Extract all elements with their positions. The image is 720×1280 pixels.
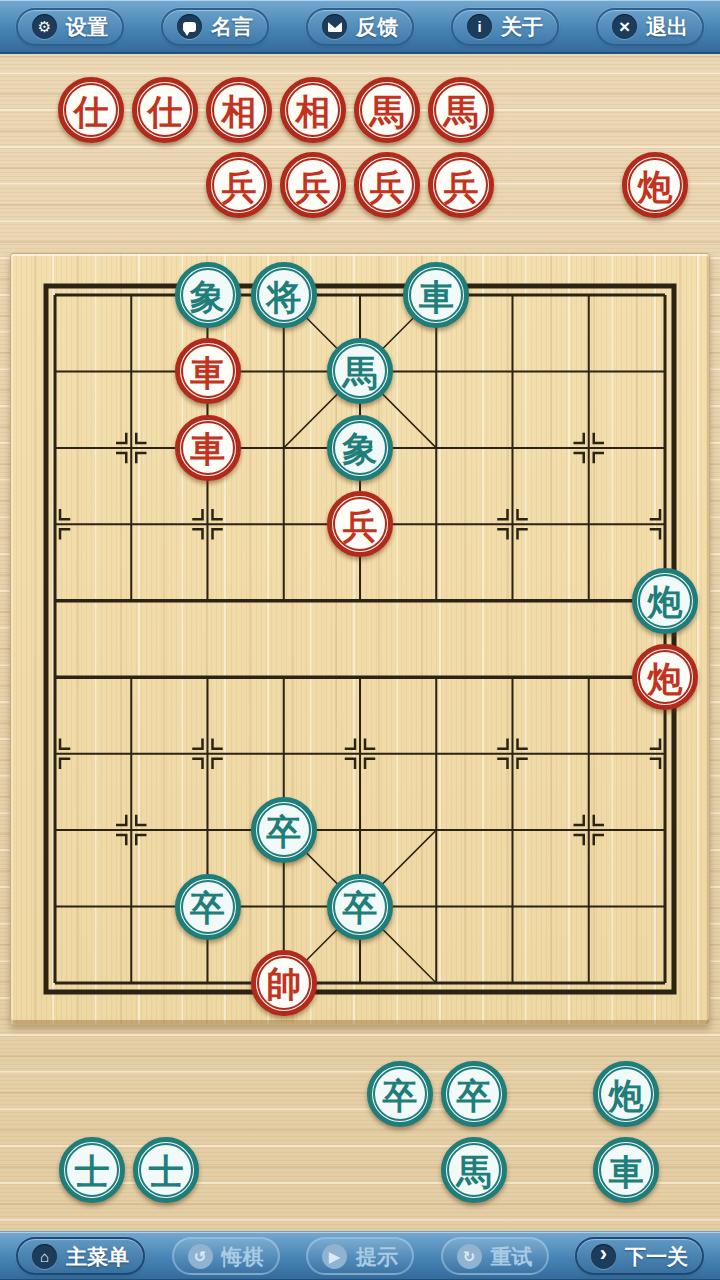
captured-black-piece-3: 士 bbox=[59, 1137, 125, 1203]
retry-button: ↻重试 bbox=[441, 1237, 549, 1275]
captured-black-piece-0: 卒 bbox=[367, 1061, 433, 1127]
captured-black-piece-6: 車 bbox=[593, 1137, 659, 1203]
button-label: 主菜单 bbox=[66, 1246, 129, 1267]
piece-glyph: 卒 bbox=[457, 1076, 492, 1113]
piece-glyph: 卒 bbox=[383, 1076, 418, 1113]
undo-button: ↺悔棋 bbox=[172, 1237, 280, 1275]
main-menu-button[interactable]: ⌂主菜单 bbox=[16, 1237, 145, 1275]
button-label: 悔棋 bbox=[222, 1246, 264, 1267]
info-icon: i bbox=[467, 14, 492, 39]
button-label: 反馈 bbox=[356, 16, 398, 37]
button-label: 重试 bbox=[491, 1246, 533, 1267]
envelope-icon bbox=[322, 14, 347, 39]
captured-black-piece-2: 炮 bbox=[593, 1061, 659, 1127]
quotes-button[interactable]: 名言 bbox=[161, 8, 269, 46]
settings-button[interactable]: ⚙设置 bbox=[16, 8, 124, 46]
gear-icon: ⚙ bbox=[32, 14, 57, 39]
exit-button[interactable]: ×退出 bbox=[596, 8, 704, 46]
hint-icon: ▶ bbox=[322, 1244, 347, 1269]
next-level-button[interactable]: ›下一关 bbox=[575, 1237, 704, 1275]
speech-bubble-icon bbox=[177, 14, 202, 39]
feedback-button[interactable]: 反馈 bbox=[306, 8, 414, 46]
piece-glyph: 炮 bbox=[609, 1076, 644, 1113]
next-icon: › bbox=[591, 1244, 616, 1269]
piece-glyph: 士 bbox=[149, 1152, 184, 1189]
button-label: 下一关 bbox=[625, 1246, 688, 1267]
bottom-bar: ⌂主菜单↺悔棋▶提示↻重试›下一关 bbox=[0, 1231, 720, 1280]
piece-glyph: 車 bbox=[609, 1152, 644, 1189]
piece-glyph: 士 bbox=[75, 1152, 110, 1189]
button-label: 提示 bbox=[356, 1246, 398, 1267]
button-label: 设置 bbox=[66, 16, 108, 37]
close-icon: × bbox=[612, 14, 637, 39]
piece-glyph: 馬 bbox=[457, 1152, 492, 1189]
button-label: 退出 bbox=[646, 16, 688, 37]
captured-black-tray: 卒卒炮士士馬車 bbox=[0, 0, 720, 1280]
captured-black-piece-5: 馬 bbox=[441, 1137, 507, 1203]
retry-icon: ↻ bbox=[457, 1244, 482, 1269]
button-label: 关于 bbox=[501, 16, 543, 37]
captured-black-piece-4: 士 bbox=[133, 1137, 199, 1203]
button-label: 名言 bbox=[211, 16, 253, 37]
captured-black-piece-1: 卒 bbox=[441, 1061, 507, 1127]
about-button[interactable]: i关于 bbox=[451, 8, 559, 46]
top-bar: ⚙设置名言反馈i关于×退出 bbox=[0, 0, 720, 54]
undo-icon: ↺ bbox=[188, 1244, 213, 1269]
hint-button: ▶提示 bbox=[306, 1237, 414, 1275]
home-icon: ⌂ bbox=[32, 1244, 57, 1269]
xiangqi-app: 象将車車馬車象兵炮炮卒卒卒帥 仕仕相相馬馬兵兵兵兵炮 卒卒炮士士馬車 ⚙设置名言… bbox=[0, 0, 720, 1280]
